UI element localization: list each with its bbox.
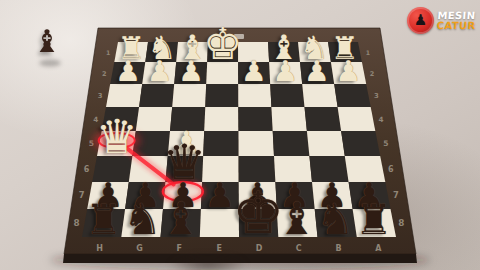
white-pawn-h2[interactable]: ♟	[115, 58, 141, 87]
black-rook-h8[interactable]: ♜	[85, 199, 122, 241]
foreground-blur-shape	[168, 253, 248, 270]
white-pawn-a2[interactable]: ♟	[335, 58, 361, 87]
white-king-e1[interactable]: ♚	[203, 23, 242, 67]
black-knight-g8[interactable]: ♞	[123, 198, 161, 241]
chess-pawn-icon: ♟	[414, 13, 427, 28]
black-knight-b8[interactable]: ♞	[316, 198, 354, 241]
white-queen-h5[interactable]: ♛	[96, 114, 138, 161]
captured-black-bishop: ♝	[33, 26, 61, 57]
white-pawn-d2[interactable]: ♟	[241, 58, 267, 87]
black-bishop-f8[interactable]: ♝	[161, 196, 201, 241]
white-pawn-g2[interactable]: ♟	[147, 58, 173, 87]
black-rook-a8[interactable]: ♜	[355, 199, 392, 241]
black-king-d8[interactable]: ♚	[232, 185, 284, 243]
black-pawn-e7[interactable]: ♟	[205, 178, 235, 212]
white-pawn-c2[interactable]: ♟	[273, 58, 299, 87]
piece-layer: ♜♞♝♚♝♞♜♟♟♟♟♟♟♟♟♛♛♟♟♟♟♟♟♟♟♜♞♝♚♝♞♜	[0, 0, 480, 270]
logo-badge: ♟	[407, 7, 434, 34]
white-pawn-b2[interactable]: ♟	[304, 58, 330, 87]
logo-line1: MESIN	[437, 11, 477, 21]
white-pawn-f2[interactable]: ♟	[178, 58, 204, 87]
mesin-catur-logo: ♟ MESIN CATUR	[407, 7, 476, 34]
logo-line2: CATUR	[436, 21, 476, 31]
game-scene: 1122334455667788HGFEDCBA ♜♞♝♚♝♞♜♟♟♟♟♟♟♟♟…	[0, 0, 480, 270]
